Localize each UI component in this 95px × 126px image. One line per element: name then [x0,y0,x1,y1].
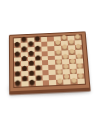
dark-checkers-man[interactable]: ● [29,80,35,87]
board-square[interactable] [77,79,84,84]
board-frame: ●●●●●●●●●●●●●●●●●●●●●●●●●●●●●●●●●●●●●●●● [9,31,90,92]
light-checkers-man[interactable]: ● [71,78,77,85]
light-checkers-man[interactable]: ● [57,78,63,85]
dark-checkers-man[interactable]: ● [15,80,21,87]
checkers-board: ●●●●●●●●●●●●●●●●●●●●●●●●●●●●●●●●●●●●●●●● [9,31,90,92]
photo-canvas: ●●●●●●●●●●●●●●●●●●●●●●●●●●●●●●●●●●●●●●●● [0,0,95,126]
board-grid: ●●●●●●●●●●●●●●●●●●●●●●●●●●●●●●●●●●●●●●●● [13,34,86,88]
